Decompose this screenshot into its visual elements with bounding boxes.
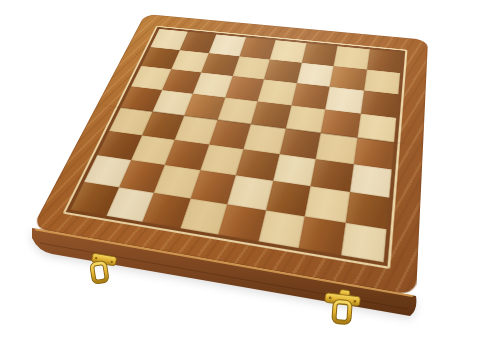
front-edge-highlight — [36, 230, 412, 297]
brass-clasp-left — [91, 253, 116, 282]
brass-clasp-right — [325, 288, 362, 323]
hardware-layer — [0, 0, 500, 344]
product-photo — [0, 0, 500, 344]
